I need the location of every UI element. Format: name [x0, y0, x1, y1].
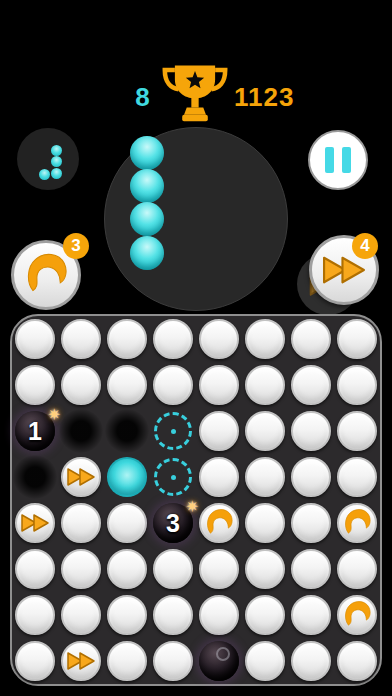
peg-white — [150, 546, 196, 592]
white-peg[interactable] — [199, 549, 239, 589]
peg-white — [242, 454, 288, 500]
peg-swirl — [334, 592, 380, 638]
swirl-worm-icon — [20, 249, 72, 301]
cell-empty — [104, 408, 150, 454]
white-peg[interactable] — [107, 549, 147, 589]
fast-forward-icon — [66, 651, 96, 671]
peg-white — [150, 316, 196, 362]
peg-white — [58, 592, 104, 638]
game-screen: 8 1123 3 — [0, 0, 392, 696]
score-counter: 1123 — [234, 82, 294, 113]
white-peg[interactable] — [199, 365, 239, 405]
white-peg[interactable] — [107, 503, 147, 543]
peg-swirl — [334, 500, 380, 546]
bomb[interactable] — [199, 641, 239, 681]
falling-ball — [130, 136, 164, 170]
white-peg[interactable] — [153, 319, 193, 359]
white-peg[interactable] — [337, 641, 377, 681]
white-peg[interactable] — [61, 319, 101, 359]
peg-white — [242, 638, 288, 684]
peg-white — [334, 362, 380, 408]
peg-fast-forward — [58, 638, 104, 684]
peg-white — [288, 638, 334, 684]
white-peg[interactable] — [245, 365, 285, 405]
white-peg[interactable] — [337, 457, 377, 497]
fast-forward-peg[interactable] — [15, 503, 55, 543]
peg-swirl — [196, 500, 242, 546]
peg-white — [58, 546, 104, 592]
white-peg[interactable] — [61, 549, 101, 589]
peg-white — [104, 592, 150, 638]
preview-dot — [51, 156, 62, 167]
peg-white — [12, 362, 58, 408]
preview-dot — [51, 168, 62, 179]
fast-forward-count-badge: 4 — [352, 233, 378, 259]
peg-white — [196, 408, 242, 454]
peg-white — [334, 408, 380, 454]
peg-white — [58, 500, 104, 546]
peg-white — [196, 362, 242, 408]
white-peg[interactable] — [61, 365, 101, 405]
white-peg[interactable] — [291, 365, 331, 405]
peg-white — [58, 362, 104, 408]
white-peg[interactable] — [245, 503, 285, 543]
peg-white — [104, 316, 150, 362]
white-peg[interactable] — [245, 411, 285, 451]
white-peg[interactable] — [61, 595, 101, 635]
peg-white — [104, 500, 150, 546]
pause-icon — [342, 147, 351, 173]
white-peg[interactable] — [107, 595, 147, 635]
peg-white — [288, 454, 334, 500]
peg-white — [242, 500, 288, 546]
fast-forward-peg[interactable] — [61, 457, 101, 497]
white-peg[interactable] — [245, 641, 285, 681]
peg-fast-forward — [12, 500, 58, 546]
swirl-peg[interactable] — [199, 503, 239, 543]
fast-forward-icon — [321, 254, 367, 286]
cell-empty — [58, 408, 104, 454]
dashed-target-icon — [154, 412, 192, 450]
bomb-counter: 1 — [28, 417, 42, 446]
peg-white — [150, 592, 196, 638]
white-peg[interactable] — [245, 549, 285, 589]
white-peg[interactable] — [291, 641, 331, 681]
peg-fast-forward — [58, 454, 104, 500]
falling-ball — [130, 202, 164, 236]
white-peg[interactable] — [15, 641, 55, 681]
white-peg[interactable] — [337, 549, 377, 589]
peg-white — [288, 362, 334, 408]
peg-white — [196, 592, 242, 638]
white-peg[interactable] — [153, 595, 193, 635]
white-peg[interactable] — [153, 549, 193, 589]
peg-white — [288, 316, 334, 362]
game-board: 1✷3✷ — [10, 314, 382, 686]
peg-white — [150, 362, 196, 408]
fast-forward-icon — [20, 513, 50, 533]
white-peg[interactable] — [199, 411, 239, 451]
spawn-circle — [104, 127, 288, 311]
swirl-worm-icon — [340, 598, 374, 632]
peg-white — [334, 316, 380, 362]
white-peg[interactable] — [199, 595, 239, 635]
white-peg[interactable] — [15, 365, 55, 405]
white-peg[interactable] — [153, 641, 193, 681]
empty-socket — [13, 455, 57, 499]
pause-button[interactable] — [308, 130, 368, 190]
drop-target — [150, 408, 196, 454]
white-peg[interactable] — [291, 595, 331, 635]
bomb-plain — [196, 638, 242, 684]
peg-white — [196, 454, 242, 500]
white-peg[interactable] — [337, 365, 377, 405]
white-peg[interactable] — [245, 457, 285, 497]
swirl-peg[interactable] — [337, 595, 377, 635]
preview-dot — [51, 145, 62, 156]
white-peg[interactable] — [291, 319, 331, 359]
peg-white — [12, 546, 58, 592]
peg-white — [104, 638, 150, 684]
white-peg[interactable] — [291, 411, 331, 451]
white-peg[interactable] — [107, 365, 147, 405]
trophy-icon — [158, 60, 232, 128]
peg-white — [334, 638, 380, 684]
bomb[interactable]: 1✷ — [15, 411, 55, 451]
peg-white — [12, 638, 58, 684]
white-peg[interactable] — [337, 411, 377, 451]
peg-white — [58, 316, 104, 362]
white-peg[interactable] — [291, 457, 331, 497]
fast-forward-icon — [66, 467, 96, 487]
peg-white — [196, 316, 242, 362]
falling-ball — [130, 169, 164, 203]
swirl-count-badge: 3 — [63, 233, 89, 259]
peg-white — [334, 546, 380, 592]
empty-socket — [59, 409, 103, 453]
peg-white — [12, 592, 58, 638]
peg-white — [334, 454, 380, 500]
board-grid: 1✷3✷ — [12, 316, 380, 684]
dashed-target-icon — [154, 458, 192, 496]
bomb-numbered: 3✷ — [150, 500, 196, 546]
white-peg[interactable] — [15, 319, 55, 359]
falling-ball — [130, 236, 164, 270]
cyan-ball[interactable] — [107, 457, 147, 497]
peg-white — [104, 362, 150, 408]
peg-white — [242, 362, 288, 408]
white-peg[interactable] — [337, 319, 377, 359]
peg-white — [242, 546, 288, 592]
white-peg[interactable] — [61, 503, 101, 543]
drop-target — [150, 454, 196, 500]
peg-white — [242, 316, 288, 362]
white-peg[interactable] — [291, 549, 331, 589]
peg-white — [196, 546, 242, 592]
white-peg[interactable] — [245, 319, 285, 359]
chain-counter: 8 — [128, 82, 158, 113]
peg-white — [288, 546, 334, 592]
peg-white — [242, 408, 288, 454]
white-peg[interactable] — [15, 549, 55, 589]
fast-forward-peg[interactable] — [61, 641, 101, 681]
swirl-peg[interactable] — [337, 503, 377, 543]
bomb-numbered: 1✷ — [12, 408, 58, 454]
swirl-worm-icon — [340, 506, 374, 540]
empty-socket — [105, 409, 149, 453]
white-peg[interactable] — [15, 595, 55, 635]
white-peg[interactable] — [291, 503, 331, 543]
bomb-counter: 3 — [166, 509, 180, 538]
peg-white — [242, 592, 288, 638]
white-peg[interactable] — [245, 595, 285, 635]
ball-cyan — [104, 454, 150, 500]
white-peg[interactable] — [199, 457, 239, 497]
peg-white — [288, 408, 334, 454]
peg-white — [288, 592, 334, 638]
peg-white — [288, 500, 334, 546]
bomb[interactable]: 3✷ — [153, 503, 193, 543]
white-peg[interactable] — [153, 365, 193, 405]
white-peg[interactable] — [107, 641, 147, 681]
cell-empty — [12, 454, 58, 500]
pause-icon — [325, 147, 334, 173]
peg-white — [150, 638, 196, 684]
peg-white — [12, 316, 58, 362]
white-peg[interactable] — [107, 319, 147, 359]
preview-dot — [39, 169, 50, 180]
peg-white — [104, 546, 150, 592]
fuse-icon — [216, 647, 230, 661]
next-piece-preview — [17, 128, 79, 190]
swirl-worm-icon — [202, 506, 236, 540]
white-peg[interactable] — [199, 319, 239, 359]
